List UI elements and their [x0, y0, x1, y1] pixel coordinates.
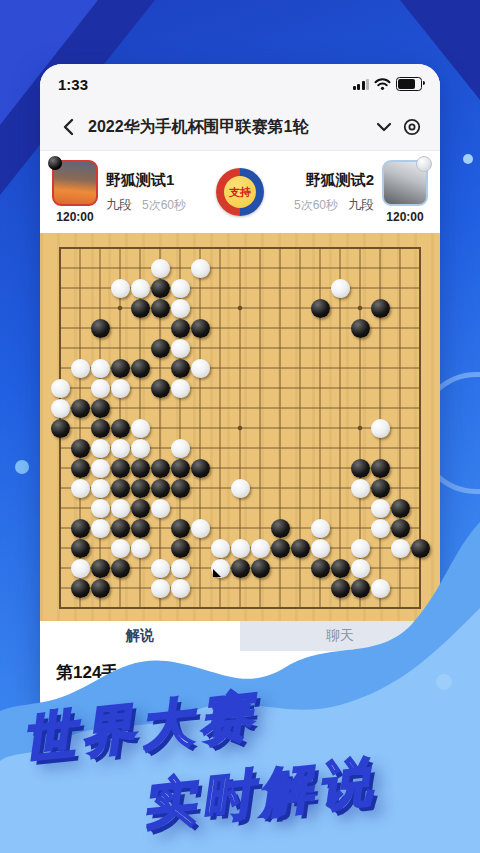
black-stone-G7: [171, 479, 190, 498]
white-stone-H18: [191, 259, 210, 278]
white-stone-R10: [371, 419, 390, 438]
black-stone-G13: [171, 359, 190, 378]
black-stone-G4: [171, 539, 190, 558]
white-stone-K7: [231, 479, 250, 498]
black-stone-M5: [271, 519, 290, 538]
move-number-label: 第124手: [56, 663, 118, 682]
black-stone-D10: [111, 419, 130, 438]
black-stone-F17: [151, 279, 170, 298]
white-stone-P17: [331, 279, 350, 298]
black-stone-F12: [151, 379, 170, 398]
white-stone-J4: [211, 539, 230, 558]
white-stone-E17: [131, 279, 150, 298]
white-stone-D4: [111, 539, 130, 558]
black-stone-H8: [191, 459, 210, 478]
black-stone-E16: [131, 299, 150, 318]
player1-rank: 九段: [106, 196, 132, 214]
battery-icon: [396, 77, 422, 91]
support-badge[interactable]: 支持: [216, 168, 264, 216]
white-stone-H5: [191, 519, 210, 538]
white-stone-S4: [391, 539, 410, 558]
white-stone-D17: [111, 279, 130, 298]
black-stone-D8: [111, 459, 130, 478]
player2-avatar[interactable]: [382, 160, 428, 206]
player1-byoyomi: 5次60秒: [142, 197, 186, 214]
chevron-down-icon[interactable]: [370, 113, 398, 141]
black-stone-E13: [131, 359, 150, 378]
white-stone-G14: [171, 339, 190, 358]
white-stone-C12: [91, 379, 110, 398]
black-stone-B8: [71, 459, 90, 478]
back-button[interactable]: [54, 113, 82, 141]
decor-dot: [15, 460, 29, 474]
white-stone-B13: [71, 359, 90, 378]
white-stone-R5: [371, 519, 390, 538]
black-stone-O3: [311, 559, 330, 578]
black-stone-G15: [171, 319, 190, 338]
phone-mockup: 1:33 2022华为手机杯围甲联赛第1轮: [40, 64, 440, 720]
clock-time: 1:33: [58, 76, 88, 93]
tab-bar: 解说 聊天: [40, 621, 440, 651]
black-stone-B5: [71, 519, 90, 538]
white-stone-Q7: [351, 479, 370, 498]
white-stone-G9: [171, 439, 190, 458]
player1-avatar[interactable]: [52, 160, 98, 206]
support-badge-label: 支持: [229, 185, 251, 200]
white-stone-G16: [171, 299, 190, 318]
white-stone-B7: [71, 479, 90, 498]
black-stone-P2: [331, 579, 350, 598]
black-stone-Q2: [351, 579, 370, 598]
black-stone-S5: [391, 519, 410, 538]
black-stone-Q15: [351, 319, 370, 338]
black-stone-O16: [311, 299, 330, 318]
white-stone-H13: [191, 359, 210, 378]
player1-name: 野狐测试1: [106, 171, 210, 190]
black-stone-D5: [111, 519, 130, 538]
black-stone-N4: [291, 539, 310, 558]
black-stone-C11: [91, 399, 110, 418]
black-stone-H15: [191, 319, 210, 338]
black-stone-F8: [151, 459, 170, 478]
black-stone-K3: [231, 559, 250, 578]
white-stone-K4: [231, 539, 250, 558]
black-stone-S6: [391, 499, 410, 518]
black-stone-G8: [171, 459, 190, 478]
go-board[interactable]: [40, 233, 440, 621]
player2-rank: 九段: [348, 196, 374, 214]
white-stone-badge: [416, 156, 432, 172]
black-stone-R8: [371, 459, 390, 478]
white-stone-D9: [111, 439, 130, 458]
white-stone-E4: [131, 539, 150, 558]
black-stone-B4: [71, 539, 90, 558]
black-stone-D3: [111, 559, 130, 578]
page-title: 2022华为手机杯围甲联赛第1轮: [88, 117, 309, 138]
status-bar: 1:33: [40, 64, 440, 104]
white-stone-L4: [251, 539, 270, 558]
players-bar: 120:00 野狐测试1 九段 5次60秒 支持 野狐测试2 5次60秒 九段: [40, 151, 440, 233]
black-stone-E5: [131, 519, 150, 538]
black-stone-C10: [91, 419, 110, 438]
player2-name: 野狐测试2: [306, 171, 374, 190]
white-stone-O5: [311, 519, 330, 538]
white-stone-A11: [51, 399, 70, 418]
app-background: 1:33 2022华为手机杯围甲联赛第1轮: [0, 0, 480, 853]
tab-chat[interactable]: 聊天: [240, 621, 440, 651]
black-stone-P3: [331, 559, 350, 578]
white-stone-B3: [71, 559, 90, 578]
white-stone-C8: [91, 459, 110, 478]
black-stone-F14: [151, 339, 170, 358]
white-stone-D6: [111, 499, 130, 518]
white-stone-F6: [151, 499, 170, 518]
black-stone-C15: [91, 319, 110, 338]
white-stone-E10: [131, 419, 150, 438]
tab-commentary[interactable]: 解说: [40, 621, 240, 651]
white-stone-C13: [91, 359, 110, 378]
white-stone-C9: [91, 439, 110, 458]
black-stone-F16: [151, 299, 170, 318]
player1-main-time: 120:00: [56, 210, 93, 224]
white-stone-D12: [111, 379, 130, 398]
decor-dot: [463, 154, 473, 164]
black-stone-A10: [51, 419, 70, 438]
white-stone-G3: [171, 559, 190, 578]
white-stone-J3: [211, 559, 230, 578]
black-stone-D7: [111, 479, 130, 498]
black-stone-D13: [111, 359, 130, 378]
white-stone-C6: [91, 499, 110, 518]
black-stone-Q8: [351, 459, 370, 478]
black-stone-L3: [251, 559, 270, 578]
white-stone-O4: [311, 539, 330, 558]
signal-icon: [353, 79, 370, 90]
black-stone-E7: [131, 479, 150, 498]
header: 2022华为手机杯围甲联赛第1轮: [40, 104, 440, 151]
black-stone-M4: [271, 539, 290, 558]
black-stone-badge: [48, 156, 62, 170]
player2-main-time: 120:00: [386, 210, 423, 224]
white-stone-G2: [171, 579, 190, 598]
black-stone-E6: [131, 499, 150, 518]
settings-icon[interactable]: [398, 113, 426, 141]
white-stone-F2: [151, 579, 170, 598]
black-stone-B9: [71, 439, 90, 458]
white-stone-R6: [371, 499, 390, 518]
white-stone-G12: [171, 379, 190, 398]
black-stone-E8: [131, 459, 150, 478]
white-stone-Q3: [351, 559, 370, 578]
white-stone-C7: [91, 479, 110, 498]
wifi-icon: [374, 78, 391, 90]
black-stone-G5: [171, 519, 190, 538]
white-stone-Q4: [351, 539, 370, 558]
black-stone-R7: [371, 479, 390, 498]
black-stone-C3: [91, 559, 110, 578]
player2-byoyomi: 5次60秒: [294, 197, 338, 214]
white-stone-C5: [91, 519, 110, 538]
white-stone-E9: [131, 439, 150, 458]
black-stone-R16: [371, 299, 390, 318]
white-stone-F18: [151, 259, 170, 278]
last-move-marker: [213, 569, 221, 577]
white-stone-G17: [171, 279, 190, 298]
white-stone-R2: [371, 579, 390, 598]
black-stone-B2: [71, 579, 90, 598]
black-stone-T4: [411, 539, 430, 558]
white-stone-F3: [151, 559, 170, 578]
black-stone-C2: [91, 579, 110, 598]
black-stone-B11: [71, 399, 90, 418]
stones-layer: [50, 238, 430, 618]
black-stone-F7: [151, 479, 170, 498]
white-stone-A12: [51, 379, 70, 398]
